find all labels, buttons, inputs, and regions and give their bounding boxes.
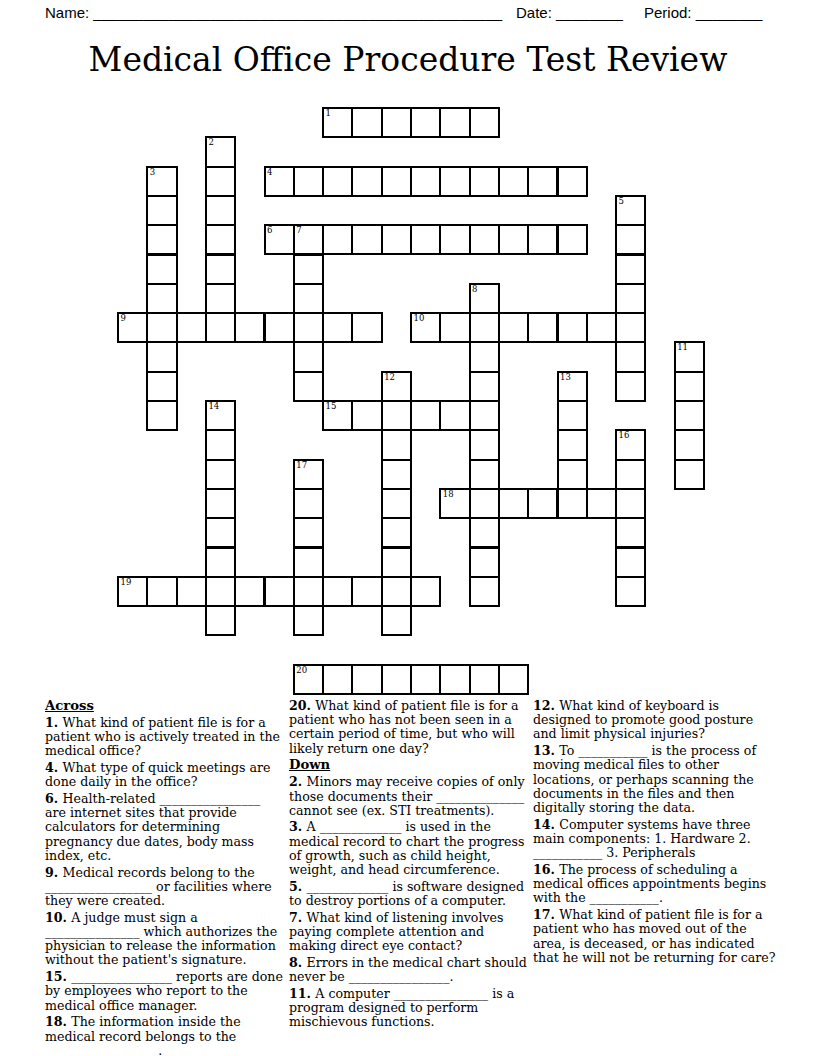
- clue-number-20: 20: [296, 665, 307, 675]
- cell-r3-c3[interactable]: [205, 195, 236, 226]
- cell-r7-c10[interactable]: 10: [410, 312, 441, 343]
- cell-r7-c1[interactable]: [146, 312, 177, 343]
- cell-r11-c17[interactable]: 16: [615, 429, 646, 460]
- cell-r13-c17[interactable]: [615, 488, 646, 519]
- cell-r14-c6[interactable]: [293, 517, 324, 548]
- cell-r9-c19[interactable]: [674, 371, 705, 402]
- cell-r2-c3[interactable]: [205, 166, 236, 197]
- cell-r5-c3[interactable]: [205, 254, 236, 285]
- cell-r6-c3[interactable]: [205, 283, 236, 314]
- cell-r7-c12[interactable]: [469, 312, 500, 343]
- clue-text: What kind of patient file is for a patie…: [45, 715, 280, 758]
- clue-text: A judge must sign a _______________ whic…: [45, 910, 277, 968]
- cell-r17-c6[interactable]: [293, 605, 324, 636]
- cell-r16-c6[interactable]: [293, 576, 324, 607]
- down-heading: Down: [289, 758, 530, 773]
- clue-across-1: 1. What kind of patient file is for a pa…: [45, 716, 283, 759]
- clue-text: The process of scheduling a medical offi…: [533, 862, 766, 905]
- clue-number-label: 9.: [45, 865, 63, 880]
- cell-r15-c12[interactable]: [469, 547, 500, 578]
- cell-r2-c15[interactable]: [557, 166, 588, 197]
- clue-number-11: 11: [677, 342, 688, 352]
- clue-down-16: 16. The process of scheduling a medical …: [533, 863, 778, 906]
- clue-number-label: 15.: [45, 969, 71, 984]
- clue-down-7: 7. What kind of listening involves payin…: [289, 911, 530, 954]
- cell-r10-c19[interactable]: [674, 400, 705, 431]
- cell-r13-c14[interactable]: [527, 488, 558, 519]
- cell-r10-c8[interactable]: [351, 400, 382, 431]
- clue-text: A _____________ is used in the medical r…: [289, 819, 524, 877]
- clue-text: Medical records belong to the __________…: [45, 865, 272, 908]
- clue-number-15: 15: [326, 401, 337, 411]
- cell-r5-c1[interactable]: [146, 254, 177, 285]
- cell-r9-c9[interactable]: 12: [381, 371, 412, 402]
- date-blank[interactable]: ________: [556, 4, 623, 21]
- clue-number-9: 9: [121, 313, 126, 323]
- cell-r2-c1[interactable]: 3: [146, 166, 177, 197]
- name-label: Name:: [45, 4, 89, 21]
- cell-r12-c15[interactable]: [557, 459, 588, 490]
- cell-r11-c9[interactable]: [381, 429, 412, 460]
- cell-r19-c10[interactable]: [410, 664, 441, 695]
- cell-r11-c3[interactable]: [205, 429, 236, 460]
- cell-r12-c17[interactable]: [615, 459, 646, 490]
- cell-r0-c9[interactable]: [381, 107, 412, 138]
- clue-number-label: 5.: [289, 879, 307, 894]
- clue-text: The information inside the medical recor…: [45, 1014, 241, 1056]
- cell-r2-c5[interactable]: 4: [264, 166, 295, 197]
- clue-number-1: 1: [326, 108, 331, 118]
- clue-number-8: 8: [472, 284, 477, 294]
- clue-across-9: 9. Medical records belong to the _______…: [45, 866, 283, 909]
- clue-text: What kind of patient file is for a patie…: [289, 698, 518, 756]
- clue-down-2: 2. Minors may receive copies of only tho…: [289, 775, 530, 818]
- cell-r10-c7[interactable]: 15: [322, 400, 353, 431]
- clue-col-3: 12. What kind of keyboard is designed to…: [533, 699, 778, 967]
- cell-r0-c10[interactable]: [410, 107, 441, 138]
- clue-number-3: 3: [150, 167, 155, 177]
- clue-number-label: 4.: [45, 760, 63, 775]
- across-heading: Across: [45, 699, 283, 714]
- cell-r7-c16[interactable]: [586, 312, 617, 343]
- cell-r4-c1[interactable]: [146, 224, 177, 255]
- cell-r9-c1[interactable]: [146, 371, 177, 402]
- clue-number-17: 17: [296, 460, 307, 470]
- cell-r15-c9[interactable]: [381, 547, 412, 578]
- clue-down-14: 14. Computer systems have three main com…: [533, 818, 778, 861]
- clue-across-4: 4. What type of quick meetings are done …: [45, 761, 283, 789]
- cell-r9-c6[interactable]: [293, 371, 324, 402]
- cell-r11-c15[interactable]: [557, 429, 588, 460]
- cell-r8-c1[interactable]: [146, 341, 177, 372]
- cell-r7-c13[interactable]: [498, 312, 529, 343]
- cell-r7-c0[interactable]: 9: [117, 312, 148, 343]
- clue-text: Errors in the medical chart should never…: [289, 955, 527, 984]
- cell-r7-c11[interactable]: [439, 312, 470, 343]
- cell-r10-c10[interactable]: [410, 400, 441, 431]
- period-field: Period: ________: [644, 4, 762, 21]
- cell-r10-c1[interactable]: [146, 400, 177, 431]
- cell-r17-c3[interactable]: [205, 605, 236, 636]
- date-label: Date:: [516, 4, 552, 21]
- cell-r9-c12[interactable]: [469, 371, 500, 402]
- cell-r6-c17[interactable]: [615, 283, 646, 314]
- clue-number-label: 18.: [45, 1014, 71, 1029]
- clue-down-5: 5. _____________ is software designed to…: [289, 880, 530, 908]
- cell-r4-c9[interactable]: [381, 224, 412, 255]
- cell-r14-c3[interactable]: [205, 517, 236, 548]
- clue-number-5: 5: [619, 196, 624, 206]
- cell-r16-c0[interactable]: 19: [117, 576, 148, 607]
- clue-number-label: 16.: [533, 862, 559, 877]
- cell-r12-c9[interactable]: [381, 459, 412, 490]
- cell-r7-c4[interactable]: [234, 312, 265, 343]
- clue-number-4: 4: [267, 167, 272, 177]
- cell-r14-c17[interactable]: [615, 517, 646, 548]
- cell-r4-c15[interactable]: [557, 224, 588, 255]
- cell-r4-c8[interactable]: [351, 224, 382, 255]
- cell-r1-c3[interactable]: 2: [205, 136, 236, 167]
- clue-number-label: 1.: [45, 715, 63, 730]
- clue-number-2: 2: [208, 137, 213, 147]
- clue-across-15: 15. ________________ reports are done by…: [45, 970, 283, 1013]
- cell-r16-c17[interactable]: [615, 576, 646, 607]
- cell-r8-c12[interactable]: [469, 341, 500, 372]
- period-label: Period:: [644, 4, 692, 21]
- cell-r11-c19[interactable]: [674, 429, 705, 460]
- cell-r0-c11[interactable]: [439, 107, 470, 138]
- cell-r0-c8[interactable]: [351, 107, 382, 138]
- clue-across-10: 10. A judge must sign a _______________ …: [45, 911, 283, 968]
- cell-r2-c13[interactable]: [498, 166, 529, 197]
- cell-r16-c8[interactable]: [351, 576, 382, 607]
- cell-r13-c6[interactable]: [293, 488, 324, 519]
- cell-r19-c9[interactable]: [381, 664, 412, 695]
- clue-number-14: 14: [208, 401, 219, 411]
- clue-number-label: 17.: [533, 907, 559, 922]
- clue-text: What type of quick meetings are done dai…: [45, 760, 271, 789]
- clue-number-13: 13: [560, 372, 571, 382]
- clue-text: A computer _______________ is a program …: [289, 986, 514, 1029]
- cell-r3-c1[interactable]: [146, 195, 177, 226]
- cell-r2-c14[interactable]: [527, 166, 558, 197]
- cell-r4-c10[interactable]: [410, 224, 441, 255]
- clue-number-19: 19: [121, 577, 132, 587]
- cell-r0-c12[interactable]: [469, 107, 500, 138]
- clue-text: Computer systems have three main compone…: [533, 817, 751, 860]
- cell-r19-c8[interactable]: [351, 664, 382, 695]
- cell-r16-c7[interactable]: [322, 576, 353, 607]
- clue-number-label: 8.: [289, 955, 307, 970]
- cell-r15-c3[interactable]: [205, 547, 236, 578]
- cell-r17-c9[interactable]: [381, 605, 412, 636]
- cell-r10-c12[interactable]: [469, 400, 500, 431]
- cell-r3-c17[interactable]: 5: [615, 195, 646, 226]
- cell-r5-c17[interactable]: [615, 254, 646, 285]
- clue-number-label: 3.: [289, 819, 307, 834]
- cell-r16-c3[interactable]: [205, 576, 236, 607]
- cell-r2-c11[interactable]: [439, 166, 470, 197]
- cell-r7-c6[interactable]: [293, 312, 324, 343]
- cell-r13-c15[interactable]: [557, 488, 588, 519]
- cell-r4-c3[interactable]: [205, 224, 236, 255]
- cell-r8-c6[interactable]: [293, 341, 324, 372]
- cell-r16-c10[interactable]: [410, 576, 441, 607]
- cell-r12-c19[interactable]: [674, 459, 705, 490]
- cell-r13-c12[interactable]: [469, 488, 500, 519]
- cell-r19-c12[interactable]: [469, 664, 500, 695]
- cell-r2-c9[interactable]: [381, 166, 412, 197]
- cell-r6-c12[interactable]: 8: [469, 283, 500, 314]
- clue-text: What kind of keyboard is designed to pro…: [533, 698, 753, 741]
- cell-r8-c17[interactable]: [615, 341, 646, 372]
- clue-number-label: 10.: [45, 910, 71, 925]
- cell-r4-c11[interactable]: [439, 224, 470, 255]
- cell-r11-c12[interactable]: [469, 429, 500, 460]
- cell-r15-c6[interactable]: [293, 547, 324, 578]
- cell-r15-c17[interactable]: [615, 547, 646, 578]
- clue-number-12: 12: [384, 372, 395, 382]
- cell-r9-c17[interactable]: [615, 371, 646, 402]
- cell-r13-c16[interactable]: [586, 488, 617, 519]
- cell-r13-c11[interactable]: 18: [439, 488, 470, 519]
- clue-number-10: 10: [414, 313, 425, 323]
- crossword-grid: 1234567891011121314151617181920: [118, 108, 708, 698]
- cell-r7-c8[interactable]: [351, 312, 382, 343]
- clue-number-label: 20.: [289, 698, 315, 713]
- cell-r16-c12[interactable]: [469, 576, 500, 607]
- cell-r10-c11[interactable]: [439, 400, 470, 431]
- cell-r4-c13[interactable]: [498, 224, 529, 255]
- clue-number-18: 18: [443, 489, 454, 499]
- cell-r12-c12[interactable]: [469, 459, 500, 490]
- clue-number-label: 6.: [45, 791, 63, 806]
- cell-r7-c15[interactable]: [557, 312, 588, 343]
- cell-r14-c9[interactable]: [381, 517, 412, 548]
- name-field: Name: __________________________________…: [45, 4, 502, 21]
- cell-r6-c6[interactable]: [293, 283, 324, 314]
- clue-text: _____________ is software designed to de…: [289, 879, 524, 908]
- cell-r5-c6[interactable]: [293, 254, 324, 285]
- cell-r7-c3[interactable]: [205, 312, 236, 343]
- cell-r14-c12[interactable]: [469, 517, 500, 548]
- cell-r2-c6[interactable]: [293, 166, 324, 197]
- cell-r7-c5[interactable]: [264, 312, 295, 343]
- clue-number-label: 12.: [533, 698, 559, 713]
- clue-text: What kind of listening involves paying c…: [289, 910, 504, 953]
- cell-r2-c8[interactable]: [351, 166, 382, 197]
- cell-r19-c13[interactable]: [498, 664, 529, 695]
- clue-number-label: 11.: [289, 986, 315, 1001]
- cell-r8-c19[interactable]: 11: [674, 341, 705, 372]
- clue-down-3: 3. A _____________ is used in the medica…: [289, 820, 530, 877]
- cell-r12-c6[interactable]: 17: [293, 459, 324, 490]
- cell-r4-c5[interactable]: 6: [264, 224, 295, 255]
- clue-down-13: 13. To ___________ is the process of mov…: [533, 744, 778, 815]
- cell-r4-c6[interactable]: 7: [293, 224, 324, 255]
- name-blank[interactable]: ________________________________________…: [93, 4, 502, 21]
- clue-text: Health-related ________________ are inte…: [45, 791, 260, 863]
- cell-r10-c3[interactable]: 14: [205, 400, 236, 431]
- clue-across-6: 6. Health-related ________________ are i…: [45, 792, 283, 863]
- cell-r19-c6[interactable]: 20: [293, 664, 324, 695]
- cell-r4-c17[interactable]: [615, 224, 646, 255]
- period-blank[interactable]: ________: [696, 4, 763, 21]
- cell-r4-c12[interactable]: [469, 224, 500, 255]
- clue-text: Minors may receive copies of only those …: [289, 774, 525, 817]
- worksheet-page: Name: __________________________________…: [0, 0, 816, 1056]
- cell-r13-c13[interactable]: [498, 488, 529, 519]
- clue-number-label: 14.: [533, 817, 559, 832]
- clue-number-label: 7.: [289, 910, 307, 925]
- cell-r4-c7[interactable]: [322, 224, 353, 255]
- clue-col-2: 20. What kind of patient file is for a p…: [289, 699, 530, 1032]
- clue-text: ________________ reports are done by emp…: [45, 969, 283, 1012]
- clue-across-20: 20. What kind of patient file is for a p…: [289, 699, 530, 756]
- clue-down-12: 12. What kind of keyboard is designed to…: [533, 699, 778, 742]
- cell-r16-c5[interactable]: [264, 576, 295, 607]
- cell-r6-c1[interactable]: [146, 283, 177, 314]
- cell-r10-c9[interactable]: [381, 400, 412, 431]
- clue-number-label: 13.: [533, 743, 559, 758]
- cell-r7-c17[interactable]: [615, 312, 646, 343]
- clue-number-7: 7: [296, 225, 301, 235]
- clue-down-11: 11. A computer _______________ is a prog…: [289, 987, 530, 1030]
- clue-down-8: 8. Errors in the medical chart should ne…: [289, 956, 530, 984]
- clue-across-18: 18. The information inside the medical r…: [45, 1015, 283, 1056]
- cell-r2-c12[interactable]: [469, 166, 500, 197]
- cell-r16-c9[interactable]: [381, 576, 412, 607]
- clue-number-16: 16: [619, 430, 630, 440]
- cell-r19-c11[interactable]: [439, 664, 470, 695]
- cell-r16-c1[interactable]: [146, 576, 177, 607]
- cell-r7-c7[interactable]: [322, 312, 353, 343]
- cell-r7-c14[interactable]: [527, 312, 558, 343]
- clue-col-1: Across1. What kind of patient file is fo…: [45, 699, 283, 1056]
- cell-r7-c2[interactable]: [176, 312, 207, 343]
- clue-down-17: 17. What kind of patient file is for a p…: [533, 908, 778, 965]
- clue-number-label: 2.: [289, 774, 307, 789]
- cell-r12-c3[interactable]: [205, 459, 236, 490]
- cell-r16-c4[interactable]: [234, 576, 265, 607]
- clue-number-6: 6: [267, 225, 272, 235]
- cell-r13-c3[interactable]: [205, 488, 236, 519]
- page-title: Medical Office Procedure Test Review: [0, 40, 816, 79]
- cell-r2-c10[interactable]: [410, 166, 441, 197]
- cell-r4-c14[interactable]: [527, 224, 558, 255]
- date-field: Date: ________: [516, 4, 623, 21]
- cell-r9-c15[interactable]: 13: [557, 371, 588, 402]
- cell-r16-c2[interactable]: [176, 576, 207, 607]
- cell-r2-c7[interactable]: [322, 166, 353, 197]
- clue-text: What kind of patient file is for a patie…: [533, 907, 776, 965]
- clue-text: To ___________ is the process of moving …: [533, 743, 756, 815]
- cell-r13-c9[interactable]: [381, 488, 412, 519]
- cell-r10-c15[interactable]: [557, 400, 588, 431]
- cell-r19-c7[interactable]: [322, 664, 353, 695]
- cell-r0-c7[interactable]: 1: [322, 107, 353, 138]
